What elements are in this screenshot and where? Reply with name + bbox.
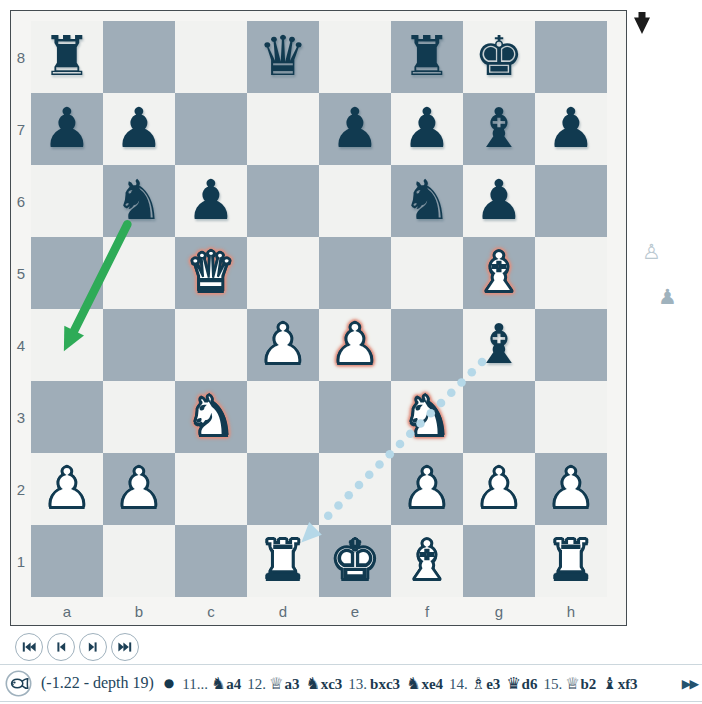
square-b5[interactable]	[103, 237, 175, 309]
square-d7[interactable]	[247, 93, 319, 165]
move-san: d6	[522, 676, 538, 693]
square-a4[interactable]	[31, 309, 103, 381]
piece-white-r-d1[interactable]: ♜	[247, 525, 319, 597]
rank-label-1: 1	[11, 525, 31, 597]
next-icon	[85, 639, 101, 655]
file-label-c: c	[175, 598, 247, 624]
piece-white-k-e1[interactable]: ♚	[319, 525, 391, 597]
square-c4[interactable]	[175, 309, 247, 381]
square-g2[interactable]: ♟	[463, 453, 535, 525]
piece-black-q-d8[interactable]: ♛	[247, 21, 319, 93]
square-f8[interactable]: ♜	[391, 21, 463, 93]
square-e1[interactable]: ♚	[319, 525, 391, 597]
rank-label-3: 3	[11, 381, 31, 453]
figurine-icon: ♗	[471, 674, 486, 693]
piece-white-b-g5[interactable]: ♝	[463, 237, 535, 309]
square-f5[interactable]	[391, 237, 463, 309]
rank-labels: 87654321	[11, 21, 31, 597]
square-f3[interactable]: ♞	[391, 381, 463, 453]
file-label-e: e	[319, 598, 391, 624]
square-a5[interactable]	[31, 237, 103, 309]
piece-black-p-f7[interactable]: ♟	[391, 93, 463, 165]
piece-white-r-h1[interactable]: ♜	[535, 525, 607, 597]
figurine-icon: ♞	[305, 674, 320, 693]
engine-move-3[interactable]: 13.bxc3	[348, 676, 400, 693]
rank-label-2: 2	[11, 453, 31, 525]
piece-black-p-h7[interactable]: ♟	[535, 93, 607, 165]
square-e3[interactable]	[319, 381, 391, 453]
square-e2[interactable]	[319, 453, 391, 525]
file-label-b: b	[103, 598, 175, 624]
square-d4[interactable]: ♟	[247, 309, 319, 381]
square-c7[interactable]	[175, 93, 247, 165]
piece-white-p-g2[interactable]: ♟	[463, 453, 535, 525]
engine-moves: 11...♞a412.♕a3♞xc313.bxc3♞xe414.♗e3♛d615…	[182, 674, 679, 693]
file-labels: abcdefgh	[31, 598, 607, 624]
square-e8[interactable]	[319, 21, 391, 93]
rank-label-5: 5	[11, 237, 31, 309]
rank-label-7: 7	[11, 93, 31, 165]
square-a8[interactable]: ♜	[31, 21, 103, 93]
square-d2[interactable]	[247, 453, 319, 525]
square-e6[interactable]	[319, 165, 391, 237]
square-f7[interactable]: ♟	[391, 93, 463, 165]
square-b6[interactable]: ♞	[103, 165, 175, 237]
square-g7[interactable]: ♝	[463, 93, 535, 165]
move-san: xc3	[321, 676, 343, 693]
engine-move-6[interactable]: ♛d6	[506, 674, 537, 693]
piece-black-n-f6[interactable]: ♞	[391, 165, 463, 237]
engine-move-0[interactable]: 11...♞a4	[182, 674, 241, 693]
square-b8[interactable]	[103, 21, 175, 93]
move-number: 13.	[348, 676, 367, 693]
square-a6[interactable]	[31, 165, 103, 237]
piece-black-r-a8[interactable]: ♜	[31, 21, 103, 93]
piece-white-p-d4[interactable]: ♟	[247, 309, 319, 381]
piece-black-k-g8[interactable]: ♚	[463, 21, 535, 93]
square-b2[interactable]: ♟	[103, 453, 175, 525]
black-to-move-arrow-icon	[632, 11, 652, 35]
square-g5[interactable]: ♝	[463, 237, 535, 309]
move-san: a4	[226, 676, 241, 693]
black-to-move-dot: ●	[164, 676, 174, 690]
square-e4[interactable]: ♟	[319, 309, 391, 381]
square-c8[interactable]	[175, 21, 247, 93]
square-b4[interactable]	[103, 309, 175, 381]
figurine-icon: ♕	[269, 674, 284, 693]
expand-line-button[interactable]: ▶▶	[682, 676, 697, 691]
move-san: xf3	[618, 676, 638, 693]
piece-black-b-g7[interactable]: ♝	[463, 93, 535, 165]
piece-white-q-c5[interactable]: ♛	[175, 237, 247, 309]
engine-move-4[interactable]: ♞xe4	[406, 674, 443, 693]
square-h2[interactable]: ♟	[535, 453, 607, 525]
piece-black-p-g6[interactable]: ♟	[463, 165, 535, 237]
piece-white-p-h2[interactable]: ♟	[535, 453, 607, 525]
previous-move-button[interactable]	[47, 633, 75, 661]
engine-move-2[interactable]: ♞xc3	[305, 674, 342, 693]
piece-black-b-g4[interactable]: ♝	[463, 309, 535, 381]
move-san: e3	[486, 676, 500, 693]
rank-label-4: 4	[11, 309, 31, 381]
piece-white-p-b2[interactable]: ♟	[103, 453, 175, 525]
square-d8[interactable]: ♛	[247, 21, 319, 93]
square-a7[interactable]: ♟	[31, 93, 103, 165]
engine-eval: (-1.22 - depth 19)	[41, 674, 154, 692]
piece-black-p-c6[interactable]: ♟	[175, 165, 247, 237]
skip-to-start-icon	[21, 639, 37, 655]
move-number: 12.	[247, 676, 266, 693]
board-squares: ♜♛♜♚♟♟♟♟♝♟♞♟♞♟♛♝♟♟♝♞♞♟♟♟♟♟♜♚♝♜	[31, 21, 607, 597]
move-san: xe4	[421, 676, 443, 693]
square-f4[interactable]	[391, 309, 463, 381]
rank-label-8: 8	[11, 21, 31, 93]
square-c1[interactable]	[175, 525, 247, 597]
square-f2[interactable]: ♟	[391, 453, 463, 525]
move-number: 14.	[449, 676, 468, 693]
square-d1[interactable]: ♜	[247, 525, 319, 597]
square-h1[interactable]: ♜	[535, 525, 607, 597]
engine-move-5[interactable]: 14.♗e3	[449, 674, 500, 693]
engine-move-7[interactable]: 15.♕b2	[543, 674, 596, 693]
previous-icon	[53, 639, 69, 655]
figurine-icon: ♞	[406, 674, 421, 693]
square-h3[interactable]	[535, 381, 607, 453]
square-g4[interactable]: ♝	[463, 309, 535, 381]
file-label-g: g	[463, 598, 535, 624]
first-move-button[interactable]	[15, 633, 43, 661]
engine-line: (-1.22 - depth 19) ● 11...♞a412.♕a3♞xc31…	[0, 664, 702, 702]
square-h4[interactable]	[535, 309, 607, 381]
piece-white-p-a2[interactable]: ♟	[31, 453, 103, 525]
last-move-button[interactable]	[111, 633, 139, 661]
move-number: 11...	[182, 676, 208, 693]
move-san: a3	[284, 676, 299, 693]
square-d6[interactable]	[247, 165, 319, 237]
piece-black-n-b6[interactable]: ♞	[103, 165, 175, 237]
piece-black-p-b7[interactable]: ♟	[103, 93, 175, 165]
skip-to-end-icon	[117, 639, 133, 655]
square-h8[interactable]	[535, 21, 607, 93]
figurine-icon: ♛	[506, 674, 521, 693]
engine-move-1[interactable]: 12.♕a3	[247, 674, 299, 693]
piece-white-b-f1[interactable]: ♝	[391, 525, 463, 597]
square-c5[interactable]: ♛	[175, 237, 247, 309]
piece-white-p-e4[interactable]: ♟	[319, 309, 391, 381]
square-g6[interactable]: ♟	[463, 165, 535, 237]
piece-black-p-e7[interactable]: ♟	[319, 93, 391, 165]
square-e5[interactable]	[319, 237, 391, 309]
square-b7[interactable]: ♟	[103, 93, 175, 165]
square-a1[interactable]	[31, 525, 103, 597]
piece-white-p-f2[interactable]: ♟	[391, 453, 463, 525]
square-e7[interactable]: ♟	[319, 93, 391, 165]
piece-white-n-f3[interactable]: ♞	[391, 381, 463, 453]
move-san: bxc3	[370, 676, 400, 693]
file-label-a: a	[31, 598, 103, 624]
piece-white-n-c3[interactable]: ♞	[175, 381, 247, 453]
square-h5[interactable]	[535, 237, 607, 309]
square-c3[interactable]: ♞	[175, 381, 247, 453]
square-b3[interactable]	[103, 381, 175, 453]
captured-white-pawn-icon: ♙	[642, 240, 661, 264]
square-f1[interactable]: ♝	[391, 525, 463, 597]
next-move-button[interactable]	[79, 633, 107, 661]
move-san: b2	[580, 676, 596, 693]
move-number: 15.	[543, 676, 562, 693]
square-b1[interactable]	[103, 525, 175, 597]
square-h7[interactable]: ♟	[535, 93, 607, 165]
figurine-icon: ♞	[211, 674, 226, 693]
piece-black-p-a7[interactable]: ♟	[31, 93, 103, 165]
file-label-h: h	[535, 598, 607, 624]
move-navigation	[15, 633, 139, 661]
figurine-icon: ♕	[565, 674, 580, 693]
file-label-d: d	[247, 598, 319, 624]
piece-black-r-f8[interactable]: ♜	[391, 21, 463, 93]
square-h6[interactable]	[535, 165, 607, 237]
file-label-f: f	[391, 598, 463, 624]
square-d5[interactable]	[247, 237, 319, 309]
square-c6[interactable]: ♟	[175, 165, 247, 237]
square-f6[interactable]: ♞	[391, 165, 463, 237]
engine-fish-icon[interactable]	[5, 670, 32, 697]
square-a2[interactable]: ♟	[31, 453, 103, 525]
square-g3[interactable]	[463, 381, 535, 453]
rank-label-6: 6	[11, 165, 31, 237]
square-a3[interactable]	[31, 381, 103, 453]
square-d3[interactable]	[247, 381, 319, 453]
square-g8[interactable]: ♚	[463, 21, 535, 93]
square-g1[interactable]	[463, 525, 535, 597]
captured-black-pawn-icon: ♟	[658, 285, 677, 309]
square-c2[interactable]	[175, 453, 247, 525]
analysis-page: 87654321 ♜♛♜♚♟♟♟♟♝♟♞♟♞♟♛♝♟♟♝♞♞♟♟♟♟♟♜♚♝♜ …	[0, 0, 702, 704]
chess-board: 87654321 ♜♛♜♚♟♟♟♟♝♟♞♟♞♟♛♝♟♟♝♞♞♟♟♟♟♟♜♚♝♜ …	[10, 10, 627, 626]
figurine-icon: ♝	[602, 674, 617, 693]
engine-move-8[interactable]: ♝xf3	[602, 674, 637, 693]
